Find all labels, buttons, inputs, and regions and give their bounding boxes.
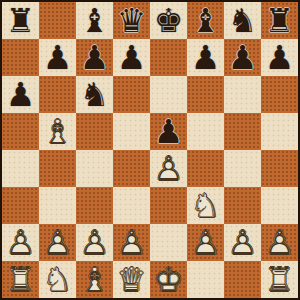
piece-white-pawn: ♟♙ [39, 224, 76, 261]
piece-white-pawn: ♟♙ [187, 224, 224, 261]
piece-black-pawn: ♟ [39, 39, 76, 76]
square-f7[interactable]: ♟ [187, 39, 224, 76]
square-a4[interactable] [2, 150, 39, 187]
square-c1[interactable]: ♝♗ [76, 261, 113, 298]
chess-board: ♜♝♛♚♝♞♜♟♟♟♟♟♟♟♞♝♗♟♟♙♞♘♟♙♟♙♟♙♟♙♟♙♟♙♟♙♜♖♞♘… [0, 0, 300, 300]
square-e7[interactable] [150, 39, 187, 76]
square-d3[interactable] [113, 187, 150, 224]
square-c2[interactable]: ♟♙ [76, 224, 113, 261]
square-a6[interactable]: ♟ [2, 76, 39, 113]
square-h1[interactable]: ♜♖ [261, 261, 298, 298]
square-h2[interactable]: ♟♙ [261, 224, 298, 261]
square-d8[interactable]: ♛ [113, 2, 150, 39]
square-e8[interactable]: ♚ [150, 2, 187, 39]
square-f8[interactable]: ♝ [187, 2, 224, 39]
piece-black-pawn: ♟ [261, 39, 298, 76]
square-d2[interactable]: ♟♙ [113, 224, 150, 261]
square-d5[interactable] [113, 113, 150, 150]
square-c5[interactable] [76, 113, 113, 150]
piece-black-pawn: ♟ [2, 76, 39, 113]
square-e2[interactable] [150, 224, 187, 261]
piece-black-bishop: ♝ [76, 2, 113, 39]
square-b3[interactable] [39, 187, 76, 224]
square-d4[interactable] [113, 150, 150, 187]
piece-white-pawn: ♟♙ [2, 224, 39, 261]
piece-white-bishop: ♝♗ [39, 113, 76, 150]
square-h3[interactable] [261, 187, 298, 224]
square-g1[interactable] [224, 261, 261, 298]
piece-white-bishop: ♝♗ [76, 261, 113, 298]
square-b4[interactable] [39, 150, 76, 187]
piece-black-rook: ♜ [261, 2, 298, 39]
square-c8[interactable]: ♝ [76, 2, 113, 39]
square-g2[interactable]: ♟♙ [224, 224, 261, 261]
piece-white-queen: ♛♕ [113, 261, 150, 298]
piece-black-pawn: ♟ [113, 39, 150, 76]
square-a2[interactable]: ♟♙ [2, 224, 39, 261]
square-e4[interactable]: ♟♙ [150, 150, 187, 187]
square-c7[interactable]: ♟ [76, 39, 113, 76]
square-d6[interactable] [113, 76, 150, 113]
square-g4[interactable] [224, 150, 261, 187]
square-f2[interactable]: ♟♙ [187, 224, 224, 261]
square-c6[interactable]: ♞ [76, 76, 113, 113]
square-b2[interactable]: ♟♙ [39, 224, 76, 261]
piece-white-rook: ♜♖ [2, 261, 39, 298]
square-b7[interactable]: ♟ [39, 39, 76, 76]
square-a5[interactable] [2, 113, 39, 150]
piece-black-bishop: ♝ [187, 2, 224, 39]
square-f6[interactable] [187, 76, 224, 113]
square-f1[interactable] [187, 261, 224, 298]
square-a8[interactable]: ♜ [2, 2, 39, 39]
piece-white-rook: ♜♖ [261, 261, 298, 298]
piece-black-pawn: ♟ [76, 39, 113, 76]
piece-white-pawn: ♟♙ [224, 224, 261, 261]
square-f5[interactable] [187, 113, 224, 150]
square-h8[interactable]: ♜ [261, 2, 298, 39]
piece-black-king: ♚ [150, 2, 187, 39]
square-d1[interactable]: ♛♕ [113, 261, 150, 298]
square-g6[interactable] [224, 76, 261, 113]
square-a7[interactable] [2, 39, 39, 76]
square-c3[interactable] [76, 187, 113, 224]
square-h4[interactable] [261, 150, 298, 187]
square-c4[interactable] [76, 150, 113, 187]
square-e3[interactable] [150, 187, 187, 224]
square-e1[interactable]: ♚♔ [150, 261, 187, 298]
piece-white-king: ♚♔ [150, 261, 187, 298]
square-h7[interactable]: ♟ [261, 39, 298, 76]
square-h6[interactable] [261, 76, 298, 113]
piece-white-pawn: ♟♙ [150, 150, 187, 187]
square-d7[interactable]: ♟ [113, 39, 150, 76]
piece-white-pawn: ♟♙ [261, 224, 298, 261]
square-a1[interactable]: ♜♖ [2, 261, 39, 298]
square-b6[interactable] [39, 76, 76, 113]
square-b8[interactable] [39, 2, 76, 39]
piece-black-knight: ♞ [76, 76, 113, 113]
piece-white-knight: ♞♘ [187, 187, 224, 224]
piece-black-pawn: ♟ [224, 39, 261, 76]
square-a3[interactable] [2, 187, 39, 224]
square-f4[interactable] [187, 150, 224, 187]
square-g7[interactable]: ♟ [224, 39, 261, 76]
square-b5[interactable]: ♝♗ [39, 113, 76, 150]
piece-black-knight: ♞ [224, 2, 261, 39]
square-b1[interactable]: ♞♘ [39, 261, 76, 298]
piece-black-queen: ♛ [113, 2, 150, 39]
square-g5[interactable] [224, 113, 261, 150]
square-h5[interactable] [261, 113, 298, 150]
piece-black-pawn: ♟ [187, 39, 224, 76]
piece-white-knight: ♞♘ [39, 261, 76, 298]
square-e6[interactable] [150, 76, 187, 113]
square-g8[interactable]: ♞ [224, 2, 261, 39]
square-e5[interactable]: ♟ [150, 113, 187, 150]
square-g3[interactable] [224, 187, 261, 224]
piece-black-rook: ♜ [2, 2, 39, 39]
square-f3[interactable]: ♞♘ [187, 187, 224, 224]
piece-white-pawn: ♟♙ [76, 224, 113, 261]
piece-white-pawn: ♟♙ [113, 224, 150, 261]
piece-black-pawn: ♟ [150, 113, 187, 150]
